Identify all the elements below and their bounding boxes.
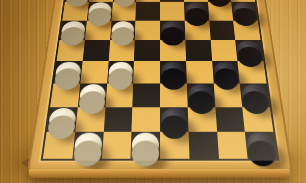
black-checker-piece[interactable] [236, 41, 262, 61]
white-checker-piece[interactable] [54, 62, 81, 83]
black-checker-piece[interactable] [161, 21, 184, 39]
square-r2c8[interactable] [231, 2, 257, 21]
square-r8c3 [101, 132, 131, 159]
square-r6c6[interactable] [187, 83, 215, 107]
black-checker-piece[interactable] [161, 62, 186, 83]
white-checker-piece[interactable] [73, 133, 102, 158]
white-checker-piece[interactable] [88, 2, 112, 19]
black-checker-piece[interactable] [232, 2, 257, 19]
square-r8c2[interactable] [72, 132, 103, 159]
board-front-edge [29, 169, 290, 178]
square-r2c4[interactable] [136, 2, 160, 21]
square-r1c7[interactable] [206, 0, 231, 2]
square-r4c4[interactable] [134, 40, 160, 61]
white-checker-piece[interactable] [66, 0, 90, 1]
photo-scene [0, 0, 306, 183]
checkers-board [27, 0, 293, 172]
white-checker-piece[interactable] [48, 108, 77, 131]
square-r8c4[interactable] [131, 132, 160, 159]
square-r5c7[interactable] [212, 61, 240, 83]
black-checker-piece[interactable] [161, 108, 187, 131]
square-r3c3[interactable] [110, 20, 136, 40]
black-checker-piece[interactable] [213, 62, 239, 83]
white-checker-piece[interactable] [113, 0, 136, 1]
square-r7c7[interactable] [215, 107, 245, 132]
black-checker-piece[interactable] [246, 133, 276, 158]
square-r8c8[interactable] [245, 132, 277, 159]
square-r6c2[interactable] [78, 83, 107, 107]
square-r4c7 [210, 40, 237, 61]
square-r2c2[interactable] [87, 2, 113, 21]
black-checker-piece[interactable] [188, 84, 214, 106]
square-r5c6 [186, 61, 213, 83]
square-r7c4 [132, 107, 160, 132]
square-r8c7 [217, 132, 248, 159]
white-checker-piece[interactable] [111, 21, 135, 39]
square-r2c6[interactable] [184, 2, 209, 21]
square-r8c6[interactable] [188, 132, 218, 159]
square-r5c1[interactable] [53, 61, 82, 83]
black-checker-piece[interactable] [207, 0, 230, 1]
square-r3c4 [135, 20, 160, 40]
white-checker-piece[interactable] [132, 133, 159, 158]
square-r3c1[interactable] [59, 20, 86, 40]
square-r4c2[interactable] [82, 40, 109, 61]
square-r5c3[interactable] [107, 61, 134, 83]
black-checker-piece[interactable] [185, 2, 208, 19]
white-checker-piece[interactable] [79, 84, 106, 106]
square-r4c6[interactable] [185, 40, 212, 61]
square-r6c8[interactable] [240, 83, 270, 107]
black-checker-piece[interactable] [241, 84, 269, 106]
square-r4c8[interactable] [235, 40, 263, 61]
board-grid [41, 0, 280, 161]
square-r3c7[interactable] [209, 20, 236, 40]
square-r5c4 [133, 61, 160, 83]
perspective-scene [27, 0, 293, 172]
white-checker-piece[interactable] [60, 21, 85, 39]
square-r7c1[interactable] [47, 107, 78, 132]
square-r7c5[interactable] [160, 107, 188, 132]
square-r5c2 [80, 61, 108, 83]
square-r1c1[interactable] [65, 0, 91, 2]
square-r7c3[interactable] [103, 107, 132, 132]
square-r2c5 [160, 2, 184, 21]
square-r3c5[interactable] [160, 20, 185, 40]
white-checker-piece[interactable] [108, 62, 134, 83]
square-r6c4[interactable] [133, 83, 160, 107]
square-r1c3[interactable] [112, 0, 136, 2]
square-r5c5[interactable] [160, 61, 187, 83]
